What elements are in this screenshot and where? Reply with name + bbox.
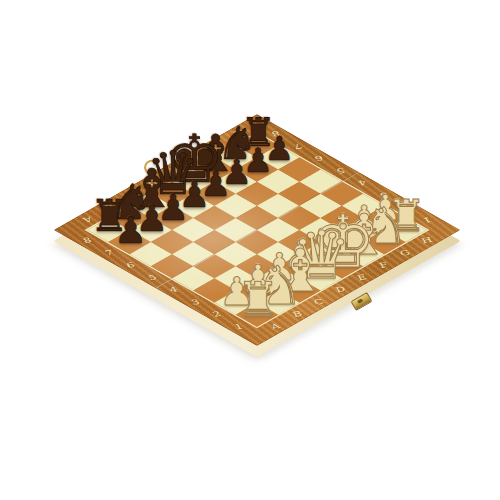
product-photo-scene: ABCDEFGH ABCDEFGH 87654321 87654321 ♜♞♟♝… xyxy=(0,0,500,500)
chess-board: ABCDEFGH ABCDEFGH 87654321 87654321 xyxy=(53,114,460,346)
